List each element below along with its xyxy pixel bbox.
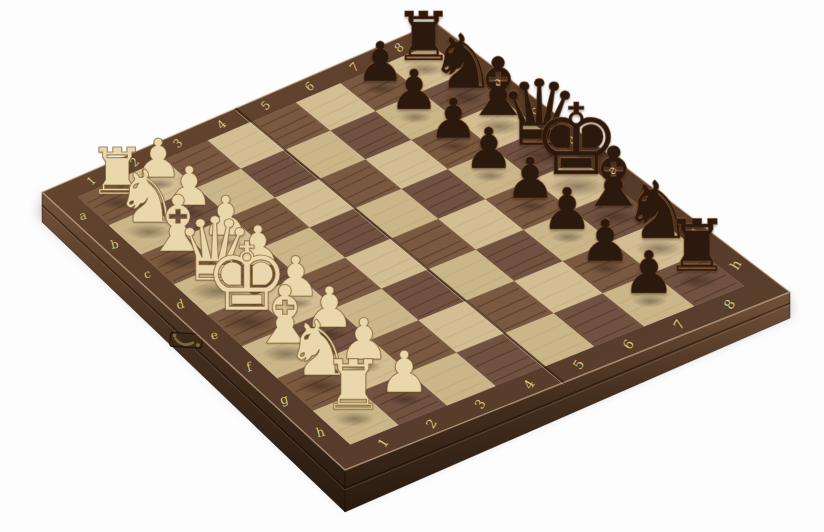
black-pawn-h7[interactable]: ♟ <box>623 243 676 302</box>
chess-set-photo: aabbccddeeffgghh1122334455667788 ♜♞♝♛♚♝♞… <box>0 0 824 532</box>
white-rook-h1[interactable]: ♜ <box>322 351 384 420</box>
white-pawn-h2[interactable]: ♟ <box>379 344 430 401</box>
